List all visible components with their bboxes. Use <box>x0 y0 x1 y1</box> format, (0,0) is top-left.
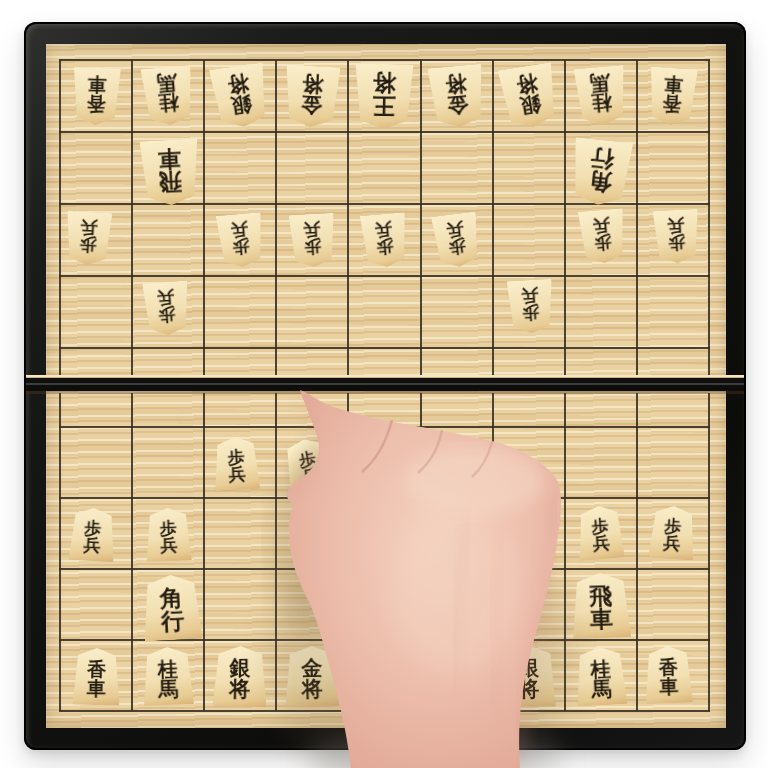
piece-kanji: 兵 <box>374 220 392 238</box>
piece-kanji: 兵 <box>80 218 98 236</box>
piece-rook-2h[interactable]: 飛車 <box>571 572 631 639</box>
piece-kanji: 兵 <box>376 537 393 554</box>
square-5h[interactable] <box>348 570 420 641</box>
square-1h[interactable] <box>637 570 709 641</box>
piece-knight-8i[interactable]: 桂馬 <box>142 646 194 706</box>
piece-kanji: 金 <box>302 657 323 678</box>
square-2d[interactable] <box>565 277 637 348</box>
piece-kanji: 馬 <box>156 73 178 95</box>
square-3c[interactable] <box>493 205 565 276</box>
piece-kanji: 将 <box>227 71 251 95</box>
piece-kanji: 将 <box>302 72 324 94</box>
piece-kanji: 兵 <box>446 220 465 239</box>
board-hinge-fold <box>26 375 744 394</box>
piece-kanji: 将 <box>518 679 539 700</box>
piece-kanji: 車 <box>157 146 181 170</box>
piece-silver-7i[interactable]: 銀将 <box>213 645 268 707</box>
square-7g[interactable] <box>204 499 276 570</box>
piece-kanji: 飛 <box>589 584 613 608</box>
piece-kanji: 王 <box>373 93 396 116</box>
piece-kanji: 兵 <box>448 537 465 554</box>
piece-kanji: 銀 <box>518 658 539 679</box>
piece-kanji: 車 <box>87 74 107 94</box>
piece-kanji: 兵 <box>521 286 539 304</box>
piece-kanji: 兵 <box>156 288 174 306</box>
piece-pawn-8g[interactable]: 歩兵 <box>145 507 192 562</box>
square-9h[interactable] <box>60 570 132 641</box>
piece-pawn-3g[interactable]: 歩兵 <box>506 508 551 561</box>
piece-kanji: 兵 <box>300 466 320 486</box>
piece-kanji: 将 <box>444 72 467 95</box>
piece-kanji: 兵 <box>667 216 685 234</box>
piece-gold-6i[interactable]: 金将 <box>285 645 340 707</box>
square-4h[interactable] <box>421 570 493 641</box>
piece-kanji: 将 <box>373 679 396 702</box>
square-8f[interactable] <box>132 428 204 499</box>
square-1f[interactable] <box>637 428 709 499</box>
piece-kanji: 車 <box>660 676 680 696</box>
piece-pawn-4g[interactable]: 歩兵 <box>434 508 479 561</box>
square-1d[interactable] <box>637 277 709 348</box>
square-9f[interactable] <box>60 428 132 499</box>
piece-kanji: 将 <box>515 71 539 95</box>
piece-gold-4i[interactable]: 金将 <box>430 646 484 707</box>
square-5b[interactable] <box>348 133 420 204</box>
piece-kanji: 馬 <box>158 678 179 699</box>
square-9d[interactable] <box>60 277 132 348</box>
square-3f[interactable] <box>493 428 565 499</box>
square-1b[interactable] <box>637 133 709 204</box>
piece-kanji: 角 <box>160 586 184 610</box>
piece-kanji: 兵 <box>593 534 611 552</box>
piece-kanji: 行 <box>161 609 185 633</box>
piece-kanji: 馬 <box>591 678 612 699</box>
piece-pawn-1c[interactable]: 歩兵 <box>653 208 701 263</box>
piece-kanji: 兵 <box>230 220 248 238</box>
piece-kanji: 車 <box>86 678 105 697</box>
piece-kanji: 金 <box>446 658 467 679</box>
piece-kanji: 将 <box>229 678 250 699</box>
piece-kanji: 兵 <box>663 534 681 552</box>
piece-kanji: 兵 <box>520 537 537 554</box>
piece-knight-2i[interactable]: 桂馬 <box>574 646 627 707</box>
square-9b[interactable] <box>60 133 132 204</box>
piece-kanji: 銀 <box>230 657 251 678</box>
piece-kanji: 玉 <box>373 656 396 679</box>
piece-gold-6a[interactable]: 金将 <box>284 64 341 128</box>
piece-kanji: 車 <box>664 74 684 94</box>
square-2f[interactable] <box>565 428 637 499</box>
piece-rook-8b[interactable]: 飛車 <box>139 138 200 206</box>
square-3h[interactable] <box>493 570 565 641</box>
square-6h[interactable] <box>276 570 348 641</box>
piece-king-5a[interactable]: 王将 <box>355 63 414 129</box>
square-7b[interactable] <box>204 133 276 204</box>
square-8c[interactable] <box>132 205 204 276</box>
piece-kanji: 兵 <box>160 536 178 554</box>
piece-kanji: 飛 <box>159 169 183 193</box>
piece-kanji: 桂 <box>591 93 613 115</box>
square-3b[interactable] <box>493 133 565 204</box>
square-5d[interactable] <box>348 277 420 348</box>
piece-kanji: 兵 <box>83 536 101 554</box>
square-4d[interactable] <box>421 277 493 348</box>
piece-kanji: 将 <box>373 70 396 93</box>
photo-stage: 香車桂馬銀将金将王将金将銀将桂馬香車飛車角行歩兵歩兵歩兵歩兵歩兵歩兵歩兵歩兵歩兵… <box>0 0 768 768</box>
piece-lance-9a[interactable]: 香車 <box>72 67 121 126</box>
square-7d[interactable] <box>204 277 276 348</box>
piece-pawn-3d[interactable]: 歩兵 <box>507 278 555 333</box>
piece-pawn-9c[interactable]: 歩兵 <box>64 210 112 265</box>
piece-kanji: 将 <box>302 678 323 699</box>
square-6d[interactable] <box>276 277 348 348</box>
piece-kanji: 香 <box>87 659 106 678</box>
piece-kanji: 兵 <box>593 216 611 234</box>
piece-kanji: 兵 <box>228 465 246 483</box>
square-7h[interactable] <box>204 570 276 641</box>
square-4f[interactable] <box>421 428 493 499</box>
square-4b[interactable] <box>421 133 493 204</box>
piece-kanji: 行 <box>590 145 615 170</box>
piece-king-5i[interactable]: 玉将 <box>355 644 413 709</box>
square-6b[interactable] <box>276 133 348 204</box>
square-5f[interactable] <box>348 428 420 499</box>
piece-pawn-5g[interactable]: 歩兵 <box>362 508 407 561</box>
piece-silver-3i[interactable]: 銀将 <box>502 646 556 707</box>
piece-lance-1i[interactable]: 香車 <box>644 645 693 704</box>
piece-kanji: 兵 <box>303 220 321 238</box>
piece-kanji: 将 <box>446 679 467 700</box>
piece-pawn-6c[interactable]: 歩兵 <box>289 212 337 267</box>
piece-kanji: 馬 <box>589 73 611 95</box>
piece-kanji: 桂 <box>158 93 180 115</box>
piece-kanji: 車 <box>589 607 613 631</box>
piece-lance-9i[interactable]: 香車 <box>72 647 120 705</box>
square-6g[interactable] <box>276 499 348 570</box>
